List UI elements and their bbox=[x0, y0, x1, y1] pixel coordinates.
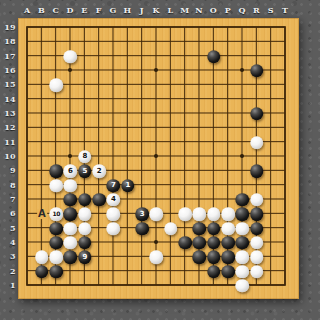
move-number: 5 bbox=[82, 168, 87, 175]
stone-D8 bbox=[64, 179, 78, 193]
stone-E9: 5 bbox=[78, 165, 92, 179]
col-label-C: C bbox=[52, 6, 58, 14]
row-label-12: 12 bbox=[4, 123, 15, 131]
stone-P6 bbox=[221, 208, 235, 222]
row-label-16: 16 bbox=[4, 66, 15, 74]
row-label-11: 11 bbox=[4, 138, 15, 146]
stone-G7: 4 bbox=[107, 193, 121, 207]
stone-O3 bbox=[207, 251, 221, 265]
col-label-O: O bbox=[210, 6, 217, 14]
stone-B2 bbox=[35, 265, 49, 279]
col-label-H: H bbox=[124, 6, 132, 14]
stone-Q3 bbox=[236, 251, 250, 265]
stone-O2 bbox=[207, 265, 221, 279]
row-label-10: 10 bbox=[4, 152, 15, 160]
stone-D9: 6 bbox=[64, 165, 78, 179]
stone-C3 bbox=[49, 251, 63, 265]
stone-P4 bbox=[221, 236, 235, 250]
col-label-D: D bbox=[67, 6, 74, 14]
stone-O4 bbox=[207, 236, 221, 250]
stone-C9 bbox=[49, 165, 63, 179]
col-label-B: B bbox=[38, 6, 45, 14]
star-point bbox=[68, 68, 72, 72]
stone-L5 bbox=[164, 222, 178, 236]
stone-N3 bbox=[193, 251, 207, 265]
row-label-17: 17 bbox=[4, 52, 15, 60]
move-number: 7 bbox=[111, 182, 116, 189]
stone-O6 bbox=[207, 208, 221, 222]
stone-G6 bbox=[107, 208, 121, 222]
stone-F9: 2 bbox=[92, 165, 106, 179]
star-point bbox=[68, 154, 72, 158]
col-label-E: E bbox=[81, 6, 87, 14]
row-label-9: 9 bbox=[10, 166, 16, 174]
go-diagram: ABCDEFGHJKLMNOPQRST 19181716151413121110… bbox=[0, 0, 320, 320]
stone-C2 bbox=[49, 265, 63, 279]
stone-R5 bbox=[250, 222, 264, 236]
stone-H8: 1 bbox=[121, 179, 135, 193]
col-label-F: F bbox=[96, 6, 102, 14]
stone-R11 bbox=[250, 136, 264, 150]
col-label-P: P bbox=[225, 6, 231, 14]
star-point bbox=[240, 68, 244, 72]
move-number: 9 bbox=[82, 254, 87, 261]
stone-D5 bbox=[64, 222, 78, 236]
stone-D7 bbox=[64, 193, 78, 207]
stone-M4 bbox=[178, 236, 192, 250]
stone-D6 bbox=[64, 208, 78, 222]
stone-C4 bbox=[49, 236, 63, 250]
stone-R6 bbox=[250, 208, 264, 222]
col-label-M: M bbox=[180, 6, 189, 14]
row-label-8: 8 bbox=[10, 181, 16, 189]
stone-E10: 8 bbox=[78, 150, 92, 164]
stone-C8 bbox=[49, 179, 63, 193]
move-number: 3 bbox=[140, 211, 145, 218]
stone-P3 bbox=[221, 251, 235, 265]
move-number: 8 bbox=[82, 153, 87, 160]
col-label-K: K bbox=[153, 6, 160, 14]
stone-B3 bbox=[35, 251, 49, 265]
stone-G8: 7 bbox=[107, 179, 121, 193]
row-label-3: 3 bbox=[10, 252, 16, 260]
stone-J6: 3 bbox=[135, 208, 149, 222]
stone-P2 bbox=[221, 265, 235, 279]
stone-C6: 10 bbox=[49, 208, 63, 222]
col-label-T: T bbox=[282, 6, 288, 14]
stone-Q7 bbox=[236, 193, 250, 207]
stone-O5 bbox=[207, 222, 221, 236]
stone-M6 bbox=[178, 208, 192, 222]
move-number: 10 bbox=[52, 211, 59, 217]
stone-R2 bbox=[250, 265, 264, 279]
stone-R13 bbox=[250, 107, 264, 121]
move-number: 2 bbox=[97, 168, 102, 175]
col-label-A: A bbox=[24, 6, 30, 14]
row-label-7: 7 bbox=[10, 195, 16, 203]
col-label-R: R bbox=[253, 6, 260, 14]
row-label-15: 15 bbox=[4, 80, 15, 88]
annotation-A-B6: A bbox=[37, 209, 47, 219]
stone-F7 bbox=[92, 193, 106, 207]
col-label-N: N bbox=[195, 6, 202, 14]
stone-D4 bbox=[64, 236, 78, 250]
stone-R16 bbox=[250, 64, 264, 78]
stone-Q2 bbox=[236, 265, 250, 279]
star-point bbox=[154, 68, 158, 72]
stone-Q6 bbox=[236, 208, 250, 222]
stone-Q4 bbox=[236, 236, 250, 250]
col-label-Q: Q bbox=[239, 6, 246, 14]
stone-P5 bbox=[221, 222, 235, 236]
stone-J5 bbox=[135, 222, 149, 236]
row-label-14: 14 bbox=[4, 95, 15, 103]
stone-R4 bbox=[250, 236, 264, 250]
stone-N6 bbox=[193, 208, 207, 222]
stone-O17 bbox=[207, 50, 221, 64]
star-point bbox=[154, 240, 158, 244]
stone-E5 bbox=[78, 222, 92, 236]
col-label-J: J bbox=[140, 6, 144, 14]
stone-C15 bbox=[49, 79, 63, 93]
stone-D17 bbox=[64, 50, 78, 64]
star-point bbox=[154, 154, 158, 158]
row-label-19: 19 bbox=[4, 23, 15, 31]
stone-R7 bbox=[250, 193, 264, 207]
stone-C5 bbox=[49, 222, 63, 236]
stone-R3 bbox=[250, 251, 264, 265]
col-label-L: L bbox=[168, 6, 174, 14]
move-number: 1 bbox=[125, 182, 130, 189]
move-number: 4 bbox=[111, 196, 116, 203]
row-label-6: 6 bbox=[10, 209, 16, 217]
stone-R9 bbox=[250, 165, 264, 179]
stone-N4 bbox=[193, 236, 207, 250]
row-label-18: 18 bbox=[4, 37, 15, 45]
stone-G5 bbox=[107, 222, 121, 236]
star-point bbox=[240, 154, 244, 158]
row-label-2: 2 bbox=[10, 267, 16, 275]
stone-D3 bbox=[64, 251, 78, 265]
stone-K6 bbox=[150, 208, 164, 222]
stone-N5 bbox=[193, 222, 207, 236]
col-label-S: S bbox=[268, 6, 274, 14]
row-label-4: 4 bbox=[10, 238, 16, 246]
stone-E7 bbox=[78, 193, 92, 207]
stone-E3: 9 bbox=[78, 251, 92, 265]
stone-K3 bbox=[150, 251, 164, 265]
stone-Q5 bbox=[236, 222, 250, 236]
col-label-G: G bbox=[110, 6, 117, 14]
row-label-1: 1 bbox=[10, 281, 16, 289]
row-label-5: 5 bbox=[10, 224, 16, 232]
go-board: 86527141039A bbox=[18, 18, 299, 299]
stone-E4 bbox=[78, 236, 92, 250]
stone-Q1 bbox=[236, 279, 250, 293]
stone-E6 bbox=[78, 208, 92, 222]
move-number: 6 bbox=[68, 168, 73, 175]
row-label-13: 13 bbox=[4, 109, 15, 117]
